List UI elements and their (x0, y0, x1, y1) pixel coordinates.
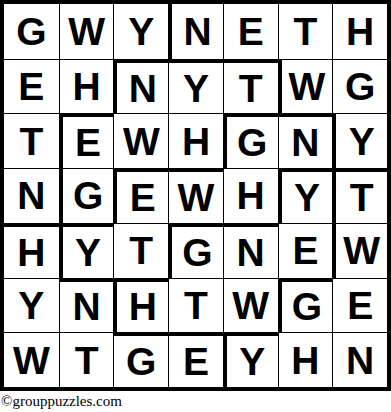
cell-r5c4: G (168, 223, 223, 278)
cell-r7c4: E (168, 332, 223, 387)
cell-r3c2: E (59, 113, 114, 168)
cell-r3c1: T (4, 113, 59, 168)
puzzle-board: GWYNETHEHNYTWGTEWHGNYNGEWHYTHYTGNEWYNHTW… (0, 0, 391, 391)
cell-r3c7: Y (332, 113, 387, 168)
cell-r1c3: Y (113, 4, 168, 59)
cell-r4c1: N (4, 168, 59, 223)
cell-r5c6: E (278, 223, 333, 278)
cell-r6c7: E (332, 278, 387, 333)
cell-r1c6: T (278, 4, 333, 59)
cell-r6c4: T (168, 278, 223, 333)
cell-r7c5: Y (223, 332, 278, 387)
cell-r2c4: Y (168, 59, 223, 114)
cell-r4c5: H (223, 168, 278, 223)
cell-r2c2: H (59, 59, 114, 114)
cell-r5c1: H (4, 223, 59, 278)
cell-r6c6: G (278, 278, 333, 333)
cell-r6c2: N (59, 278, 114, 333)
cell-r5c7: W (332, 223, 387, 278)
cell-r3c6: N (278, 113, 333, 168)
cell-r3c3: W (113, 113, 168, 168)
cell-r3c4: H (168, 113, 223, 168)
cell-r1c5: E (223, 4, 278, 59)
cell-r7c1: W (4, 332, 59, 387)
copyright-credit: ©grouppuzzles.com (1, 393, 122, 410)
cell-r6c5: W (223, 278, 278, 333)
cell-r2c3: N (113, 59, 168, 114)
cell-r2c1: E (4, 59, 59, 114)
cell-r7c3: G (113, 332, 168, 387)
cell-r5c2: Y (59, 223, 114, 278)
cell-r4c7: T (332, 168, 387, 223)
cell-r4c6: Y (278, 168, 333, 223)
cell-r4c4: W (168, 168, 223, 223)
cell-r1c4: N (168, 4, 223, 59)
cell-r5c3: T (113, 223, 168, 278)
cell-r6c3: H (113, 278, 168, 333)
cell-r2c6: W (278, 59, 333, 114)
cell-r2c5: T (223, 59, 278, 114)
cell-r5c5: N (223, 223, 278, 278)
cell-r7c2: T (59, 332, 114, 387)
cell-r1c1: G (4, 4, 59, 59)
cell-r6c1: Y (4, 278, 59, 333)
cell-r4c3: E (113, 168, 168, 223)
cell-r3c5: G (223, 113, 278, 168)
cell-r7c7: N (332, 332, 387, 387)
cell-r2c7: G (332, 59, 387, 114)
cell-r4c2: G (59, 168, 114, 223)
cell-r7c6: H (278, 332, 333, 387)
cell-r1c7: H (332, 4, 387, 59)
cell-r1c2: W (59, 4, 114, 59)
